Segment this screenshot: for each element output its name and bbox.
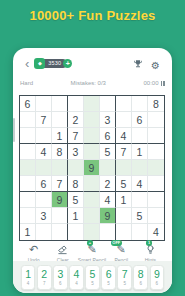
cell-r5c5[interactable]: 9 [84, 160, 100, 176]
numpad-digit: 5 [90, 269, 96, 280]
cell-r8c9[interactable] [148, 208, 164, 224]
screen: 10000+ Fun Puzzles ‹ ◆ 3530 + ⚙ Hard Mis… [0, 0, 185, 296]
cell-r7c3[interactable]: 9 [52, 192, 68, 208]
cell-r4c4[interactable]: 3 [68, 144, 84, 160]
mistakes-label: Mistakes: 0/3 [71, 80, 106, 86]
cell-r3c3[interactable]: 1 [52, 128, 68, 144]
cell-r6c8[interactable]: 4 [132, 176, 148, 192]
cell-r8c6[interactable]: 9 [100, 208, 116, 224]
numpad-digit: 9 [154, 269, 160, 280]
cell-r1c6[interactable] [100, 96, 116, 112]
tool-undo[interactable]: ↶Undo [19, 243, 48, 263]
cell-r2c9[interactable] [148, 112, 164, 128]
cell-r8c4[interactable]: 1 [68, 208, 84, 224]
cell-r2c1[interactable] [20, 112, 36, 128]
cell-r3c4[interactable]: 7 [68, 128, 84, 144]
numpad-remaining-count: 7 [43, 281, 46, 286]
pencil-icon: ✎+ [87, 243, 96, 255]
cell-r5c4[interactable] [68, 160, 84, 176]
cell-r6c9[interactable] [148, 176, 164, 192]
difficulty-label: Hard [20, 80, 33, 86]
cell-r9c7[interactable] [116, 224, 132, 240]
numpad-remaining-count: 4 [27, 281, 30, 286]
cell-r8c1[interactable] [20, 208, 36, 224]
cell-r7c8[interactable] [132, 192, 148, 208]
app-bar: ‹ ◆ 3530 + ⚙ [13, 57, 172, 70]
trophy-icon[interactable] [133, 59, 143, 69]
numpad-key-2[interactable]: 27 [37, 265, 52, 290]
promo-headline: 10000+ Fun Puzzles [0, 8, 185, 23]
cell-r4c6[interactable]: 5 [100, 144, 116, 160]
cell-r3c9[interactable] [148, 128, 164, 144]
cell-r7c4[interactable]: 5 [68, 192, 84, 208]
cell-r2c5[interactable] [84, 112, 100, 128]
cell-r7c7[interactable]: 1 [116, 192, 132, 208]
numpad-remaining-count: 6 [59, 281, 62, 286]
cell-r7c6[interactable]: 4 [100, 192, 116, 208]
numpad-key-4[interactable]: 44 [69, 265, 84, 290]
cell-r6c1[interactable] [20, 176, 36, 192]
numpad-remaining-count: 5 [107, 281, 110, 286]
numpad-remaining-count: 4 [75, 281, 78, 286]
cell-r1c3[interactable] [52, 96, 68, 112]
coin-icon: ◆ [34, 58, 45, 69]
cell-r3c1[interactable] [20, 128, 36, 144]
cell-r4c2[interactable]: 4 [36, 144, 52, 160]
cell-r2c7[interactable] [116, 112, 132, 128]
cell-r7c2[interactable] [36, 192, 52, 208]
timer-value: 00:00 [143, 80, 158, 86]
tool-clear[interactable]: Clear [48, 243, 77, 263]
app-bar-actions: ⚙ [133, 55, 160, 73]
numpad-digit: 1 [25, 269, 31, 280]
cell-r1c9[interactable]: 8 [148, 96, 164, 112]
cell-r3c6[interactable]: 6 [100, 128, 116, 144]
numpad-remaining-count: 6 [156, 281, 159, 286]
tool-pencil[interactable]: ✎OFFPencil [107, 243, 136, 263]
numpad-digit: 7 [122, 269, 128, 280]
cell-r2c3[interactable] [52, 112, 68, 128]
cell-r7c1[interactable] [20, 192, 36, 208]
cell-r8c7[interactable] [116, 208, 132, 224]
cell-r5c1[interactable] [20, 160, 36, 176]
cell-r9c4[interactable] [68, 224, 84, 240]
cell-r7c5[interactable] [84, 192, 100, 208]
cell-r4c9[interactable] [148, 144, 164, 160]
hints-badge: 1 [146, 240, 152, 246]
cell-r2c4[interactable]: 2 [68, 112, 84, 128]
numpad-digit: 4 [73, 269, 79, 280]
cell-r6c4[interactable]: 8 [68, 176, 84, 192]
cell-r1c5[interactable] [84, 96, 100, 112]
cell-r9c1[interactable]: 1 [20, 224, 36, 240]
back-button[interactable]: ‹ [25, 58, 29, 69]
numpad-key-6[interactable]: 65 [101, 265, 116, 290]
cell-r9c8[interactable] [132, 224, 148, 240]
numpad-key-3[interactable]: 36 [53, 265, 68, 290]
coin-chip[interactable]: ◆ 3530 + [34, 58, 72, 69]
cell-r6c2[interactable]: 6 [36, 176, 52, 192]
numpad-key-7[interactable]: 75 [117, 265, 132, 290]
cell-r5c9[interactable] [148, 160, 164, 176]
cell-r6c5[interactable] [84, 176, 100, 192]
cell-r1c8[interactable] [132, 96, 148, 112]
eraser-icon [57, 243, 68, 255]
pause-button[interactable] [161, 81, 165, 86]
tool-hints[interactable]: 1Hints [136, 243, 165, 263]
cell-r4c7[interactable]: 7 [116, 144, 132, 160]
numpad-remaining-count: 5 [123, 281, 126, 286]
cell-r8c8[interactable]: 5 [132, 208, 148, 224]
cell-r9c3[interactable] [52, 224, 68, 240]
cell-r4c8[interactable]: 1 [132, 144, 148, 160]
cell-r6c6[interactable]: 2 [100, 176, 116, 192]
cell-r2c6[interactable]: 3 [100, 112, 116, 128]
cell-r6c3[interactable]: 7 [52, 176, 68, 192]
cell-r9c6[interactable] [100, 224, 116, 240]
tool-smart-pencil[interactable]: ✎+Smart Pencil [77, 243, 106, 263]
status-bar: Hard Mistakes: 0/3 00:00 [20, 80, 165, 86]
cell-r2c8[interactable]: 6 [132, 112, 148, 128]
cell-r9c2[interactable] [36, 224, 52, 240]
cell-r4c5[interactable] [84, 144, 100, 160]
cell-r3c2[interactable] [36, 128, 52, 144]
numpad-digit: 8 [138, 269, 144, 280]
sudoku-board: 687236176448357196782549541319514 [19, 95, 165, 241]
numpad-key-9[interactable]: 96 [150, 265, 165, 290]
numpad-key-1[interactable]: 14 [21, 265, 36, 290]
cell-r6c7[interactable]: 5 [116, 176, 132, 192]
cell-r7c9[interactable] [148, 192, 164, 208]
bulb-icon: 1 [145, 243, 156, 255]
cell-r1c1[interactable]: 6 [20, 96, 36, 112]
pencil-badge: OFF [111, 240, 122, 246]
cell-r8c3[interactable] [52, 208, 68, 224]
cell-r9c9[interactable]: 4 [148, 224, 164, 240]
phone-mockup: ‹ ◆ 3530 + ⚙ Hard Mistakes: 0/3 00:00 68… [13, 48, 172, 293]
cell-r9c5[interactable] [84, 224, 100, 240]
numpad-digit: 6 [106, 269, 112, 280]
cell-r2c2[interactable]: 7 [36, 112, 52, 128]
add-coins-button[interactable]: + [63, 59, 72, 68]
numpad-digit: 3 [57, 269, 63, 280]
numpad-digit: 2 [41, 269, 47, 280]
cell-r4c3[interactable]: 8 [52, 144, 68, 160]
cell-r8c2[interactable]: 3 [36, 208, 52, 224]
cell-r8c5[interactable] [84, 208, 100, 224]
cell-r1c4[interactable] [68, 96, 84, 112]
numpad-key-8[interactable]: 86 [133, 265, 148, 290]
numpad-remaining-count: 6 [140, 281, 143, 286]
numpad-key-5[interactable]: 55 [85, 265, 100, 290]
number-pad: 142736445565758696 [13, 261, 172, 293]
settings-gear-icon[interactable]: ⚙ [151, 55, 160, 73]
cell-r5c2[interactable] [36, 160, 52, 176]
numpad-remaining-count: 5 [91, 281, 94, 286]
cell-r5c6[interactable] [100, 160, 116, 176]
cell-r3c7[interactable]: 4 [116, 128, 132, 144]
cell-r5c7[interactable] [116, 160, 132, 176]
cell-r1c2[interactable] [36, 96, 52, 112]
cell-r3c8[interactable] [132, 128, 148, 144]
cell-r1c7[interactable] [116, 96, 132, 112]
undo-icon: ↶ [29, 243, 38, 255]
pencil-icon: ✎OFF [117, 243, 126, 255]
toolbar: ↶UndoClear✎+Smart Pencil✎OFFPencil1Hints [19, 243, 165, 263]
cell-r5c3[interactable] [52, 160, 68, 176]
cell-r5c8[interactable] [132, 160, 148, 176]
phone-side-button [13, 118, 15, 142]
cell-r4c1[interactable] [20, 144, 36, 160]
smart-pencil-badge: + [87, 240, 93, 246]
cell-r3c5[interactable] [84, 128, 100, 144]
